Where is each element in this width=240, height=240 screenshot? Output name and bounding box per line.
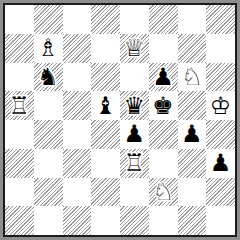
square-d6[interactable]	[91, 63, 120, 92]
square-a7[interactable]	[5, 34, 34, 63]
white-knight-glyph: ♘	[149, 178, 178, 206]
square-b3[interactable]	[34, 149, 63, 178]
square-c4[interactable]	[63, 120, 92, 149]
square-h2[interactable]	[206, 178, 235, 207]
square-b6[interactable]: ♞♞	[34, 63, 63, 92]
square-e3[interactable]: ♜♖	[120, 149, 149, 178]
square-e7[interactable]: ♛♕	[120, 34, 149, 63]
black-queen-glyph: ♛	[120, 92, 149, 120]
square-h3[interactable]: ♟♟	[206, 149, 235, 178]
black-pawn-glyph: ♟	[120, 120, 149, 148]
square-d4[interactable]	[91, 120, 120, 149]
black-queen[interactable]: ♛♛	[120, 91, 149, 120]
square-e6[interactable]	[120, 63, 149, 92]
black-pawn[interactable]: ♟♟	[206, 149, 235, 178]
square-c5[interactable]	[63, 91, 92, 120]
black-pawn[interactable]: ♟♟	[149, 63, 178, 92]
square-c2[interactable]	[63, 178, 92, 207]
square-b8[interactable]	[34, 5, 63, 34]
white-rook-glyph: ♖	[5, 92, 34, 120]
white-bishop[interactable]: ♝♗	[34, 34, 63, 63]
square-g4[interactable]: ♟♟	[178, 120, 207, 149]
square-h4[interactable]	[206, 120, 235, 149]
chess-board-frame: ♝♗♛♕♞♞♟♟♞♘♜♖♝♝♛♛♚♚♚♔♟♟♟♟♜♖♟♟♞♘	[0, 0, 240, 240]
black-pawn[interactable]: ♟♟	[120, 120, 149, 149]
black-knight-glyph: ♞	[34, 63, 63, 91]
black-pawn-glyph: ♟	[206, 149, 235, 177]
square-e1[interactable]	[120, 206, 149, 235]
white-rook-glyph: ♖	[120, 149, 149, 177]
black-pawn-glyph: ♟	[149, 63, 178, 91]
square-b1[interactable]	[34, 206, 63, 235]
square-d2[interactable]	[91, 178, 120, 207]
square-g7[interactable]	[178, 34, 207, 63]
black-king[interactable]: ♚♚	[149, 91, 178, 120]
square-f3[interactable]	[149, 149, 178, 178]
white-queen[interactable]: ♛♕	[120, 34, 149, 63]
square-a3[interactable]	[5, 149, 34, 178]
square-e2[interactable]	[120, 178, 149, 207]
square-b2[interactable]	[34, 178, 63, 207]
square-g6[interactable]: ♞♘	[178, 63, 207, 92]
square-h6[interactable]	[206, 63, 235, 92]
square-e8[interactable]	[120, 5, 149, 34]
square-c8[interactable]	[63, 5, 92, 34]
square-h8[interactable]	[206, 5, 235, 34]
white-knight[interactable]: ♞♘	[178, 63, 207, 92]
square-a8[interactable]	[5, 5, 34, 34]
square-e5[interactable]: ♛♛	[120, 91, 149, 120]
white-king-glyph: ♔	[206, 92, 235, 120]
square-g1[interactable]	[178, 206, 207, 235]
black-bishop[interactable]: ♝♝	[91, 91, 120, 120]
square-f4[interactable]	[149, 120, 178, 149]
black-king-glyph: ♚	[149, 92, 178, 120]
white-queen-glyph: ♕	[120, 34, 149, 62]
square-g5[interactable]	[178, 91, 207, 120]
square-f1[interactable]	[149, 206, 178, 235]
square-a5[interactable]: ♜♖	[5, 91, 34, 120]
square-a2[interactable]	[5, 178, 34, 207]
square-c6[interactable]	[63, 63, 92, 92]
square-h7[interactable]	[206, 34, 235, 63]
square-b5[interactable]	[34, 91, 63, 120]
square-c3[interactable]	[63, 149, 92, 178]
square-d3[interactable]	[91, 149, 120, 178]
white-knight[interactable]: ♞♘	[149, 178, 178, 207]
white-knight-glyph: ♘	[178, 63, 207, 91]
white-king[interactable]: ♚♔	[206, 91, 235, 120]
square-f7[interactable]	[149, 34, 178, 63]
square-a1[interactable]	[5, 206, 34, 235]
square-d7[interactable]	[91, 34, 120, 63]
square-f2[interactable]: ♞♘	[149, 178, 178, 207]
black-pawn[interactable]: ♟♟	[178, 120, 207, 149]
square-d1[interactable]	[91, 206, 120, 235]
chess-board-inner-border: ♝♗♛♕♞♞♟♟♞♘♜♖♝♝♛♛♚♚♚♔♟♟♟♟♜♖♟♟♞♘	[3, 3, 237, 237]
square-b7[interactable]: ♝♗	[34, 34, 63, 63]
black-knight[interactable]: ♞♞	[34, 63, 63, 92]
square-a6[interactable]	[5, 63, 34, 92]
black-bishop-glyph: ♝	[91, 92, 120, 120]
square-f8[interactable]	[149, 5, 178, 34]
white-rook[interactable]: ♜♖	[5, 91, 34, 120]
square-g2[interactable]	[178, 178, 207, 207]
square-h1[interactable]	[206, 206, 235, 235]
white-rook[interactable]: ♜♖	[120, 149, 149, 178]
white-bishop-glyph: ♗	[34, 34, 63, 62]
square-g8[interactable]	[178, 5, 207, 34]
black-pawn-glyph: ♟	[178, 120, 207, 148]
square-g3[interactable]	[178, 149, 207, 178]
square-d8[interactable]	[91, 5, 120, 34]
chess-board: ♝♗♛♕♞♞♟♟♞♘♜♖♝♝♛♛♚♚♚♔♟♟♟♟♜♖♟♟♞♘	[5, 5, 235, 235]
square-c7[interactable]	[63, 34, 92, 63]
square-a4[interactable]	[5, 120, 34, 149]
square-f6[interactable]: ♟♟	[149, 63, 178, 92]
square-f5[interactable]: ♚♚	[149, 91, 178, 120]
square-b4[interactable]	[34, 120, 63, 149]
square-d5[interactable]: ♝♝	[91, 91, 120, 120]
square-c1[interactable]	[63, 206, 92, 235]
square-e4[interactable]: ♟♟	[120, 120, 149, 149]
square-h5[interactable]: ♚♔	[206, 91, 235, 120]
